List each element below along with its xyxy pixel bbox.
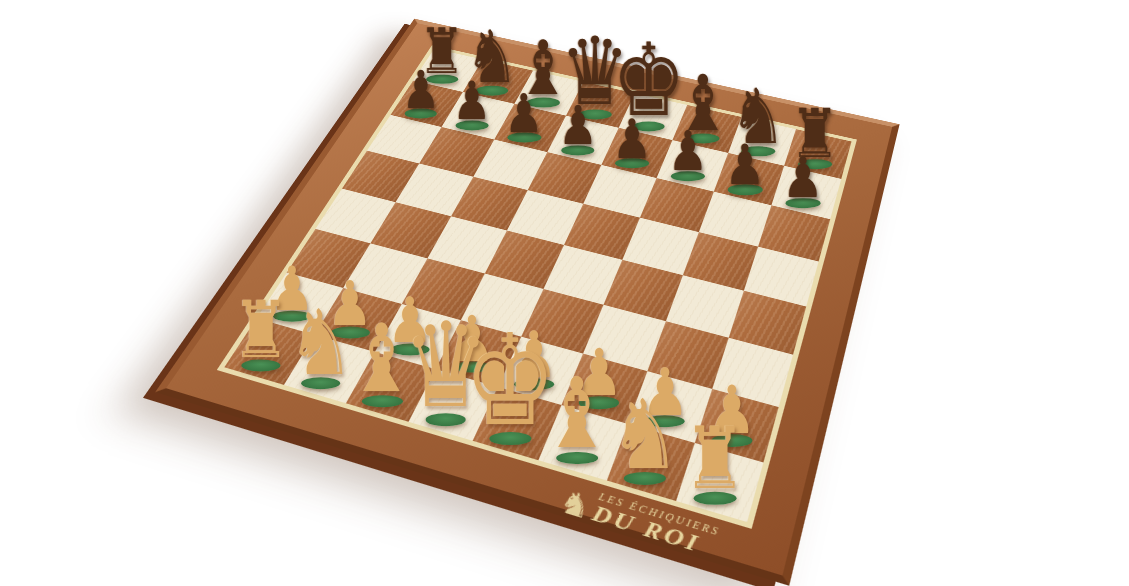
piece-black-pawn-d7[interactable]: ♟ <box>558 101 598 151</box>
piece-black-pawn-h7[interactable]: ♟ <box>782 152 823 204</box>
piece-white-rook-h1[interactable]: ♜ <box>683 421 746 500</box>
piece-white-bishop-f1[interactable]: ♝ <box>541 369 613 459</box>
piece-black-pawn-a7[interactable]: ♟ <box>401 65 439 113</box>
piece-black-pawn-e7[interactable]: ♟ <box>612 113 652 163</box>
piece-black-pawn-b7[interactable]: ♟ <box>453 77 492 126</box>
piece-black-pawn-g7[interactable]: ♟ <box>725 139 766 190</box>
scene: ♞ LES ÉCHIQUIERS DU ROI ♜♞♝♛♚♝♞♜♟♟♟♟♟♟♟♟… <box>0 0 1129 586</box>
piece-white-knight-g1[interactable]: ♞ <box>610 390 681 479</box>
piece-white-knight-b1[interactable]: ♞ <box>288 300 354 383</box>
piece-black-pawn-c7[interactable]: ♟ <box>505 89 544 138</box>
piece-black-pawn-f7[interactable]: ♟ <box>668 126 708 177</box>
piece-white-rook-a1[interactable]: ♜ <box>232 294 290 366</box>
